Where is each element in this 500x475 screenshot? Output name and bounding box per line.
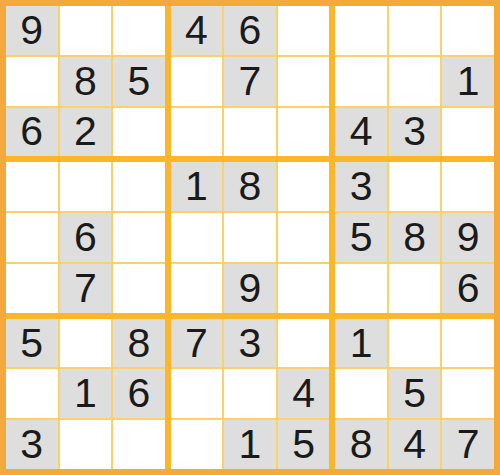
cell-r9c2[interactable] <box>60 420 112 469</box>
cell-r7c6[interactable] <box>278 319 330 368</box>
cell-r3c9[interactable] <box>442 108 494 157</box>
box-9: 15847 <box>335 319 494 469</box>
cell-r8c2[interactable]: 1 <box>60 369 112 418</box>
box-5: 189 <box>171 162 330 312</box>
cell-r7c8[interactable] <box>389 319 441 368</box>
cell-r4c3[interactable] <box>113 162 165 211</box>
sudoku-board: 985624671436718935896581637341515847 <box>0 0 500 475</box>
cell-r6c2[interactable]: 7 <box>60 264 112 313</box>
cell-r4c5[interactable]: 8 <box>224 162 276 211</box>
cell-r7c5[interactable]: 3 <box>224 319 276 368</box>
cell-r2c3[interactable]: 5 <box>113 57 165 106</box>
cell-r9c8[interactable]: 4 <box>389 420 441 469</box>
cell-r9c5[interactable]: 1 <box>224 420 276 469</box>
cell-r4c2[interactable] <box>60 162 112 211</box>
cell-r1c2[interactable] <box>60 6 112 55</box>
cell-r1c9[interactable] <box>442 6 494 55</box>
cell-r4c6[interactable] <box>278 162 330 211</box>
box-6: 35896 <box>335 162 494 312</box>
cell-r6c6[interactable] <box>278 264 330 313</box>
cell-r1c5[interactable]: 6 <box>224 6 276 55</box>
cell-r1c6[interactable] <box>278 6 330 55</box>
cell-r8c4[interactable] <box>171 369 223 418</box>
cell-r8c1[interactable] <box>6 369 58 418</box>
cell-r8c8[interactable]: 5 <box>389 369 441 418</box>
cell-r8c3[interactable]: 6 <box>113 369 165 418</box>
box-8: 73415 <box>171 319 330 469</box>
cell-r2c5[interactable]: 7 <box>224 57 276 106</box>
cell-r3c3[interactable] <box>113 108 165 157</box>
cell-r1c1[interactable]: 9 <box>6 6 58 55</box>
cell-r6c9[interactable]: 6 <box>442 264 494 313</box>
cell-r6c8[interactable] <box>389 264 441 313</box>
cell-r3c5[interactable] <box>224 108 276 157</box>
cell-r8c5[interactable] <box>224 369 276 418</box>
cell-r4c9[interactable] <box>442 162 494 211</box>
cell-r9c3[interactable] <box>113 420 165 469</box>
cell-r3c1[interactable]: 6 <box>6 108 58 157</box>
cell-r7c7[interactable]: 1 <box>335 319 387 368</box>
cell-r2c1[interactable] <box>6 57 58 106</box>
box-1: 98562 <box>6 6 165 156</box>
cell-r5c5[interactable] <box>224 213 276 262</box>
cell-r5c2[interactable]: 6 <box>60 213 112 262</box>
cell-r1c7[interactable] <box>335 6 387 55</box>
cell-r8c7[interactable] <box>335 369 387 418</box>
cell-r5c8[interactable]: 8 <box>389 213 441 262</box>
box-3: 143 <box>335 6 494 156</box>
cell-r9c6[interactable]: 5 <box>278 420 330 469</box>
cell-r8c6[interactable]: 4 <box>278 369 330 418</box>
cell-r6c3[interactable] <box>113 264 165 313</box>
cell-r1c4[interactable]: 4 <box>171 6 223 55</box>
cell-r5c6[interactable] <box>278 213 330 262</box>
cell-r7c3[interactable]: 8 <box>113 319 165 368</box>
cell-r9c1[interactable]: 3 <box>6 420 58 469</box>
cell-r6c7[interactable] <box>335 264 387 313</box>
cell-r6c4[interactable] <box>171 264 223 313</box>
cell-r2c8[interactable] <box>389 57 441 106</box>
cell-r3c7[interactable]: 4 <box>335 108 387 157</box>
cell-r7c2[interactable] <box>60 319 112 368</box>
cell-r9c7[interactable]: 8 <box>335 420 387 469</box>
cell-r3c2[interactable]: 2 <box>60 108 112 157</box>
cell-r2c9[interactable]: 1 <box>442 57 494 106</box>
cell-r9c4[interactable] <box>171 420 223 469</box>
cell-r3c6[interactable] <box>278 108 330 157</box>
cell-r4c1[interactable] <box>6 162 58 211</box>
cell-r2c7[interactable] <box>335 57 387 106</box>
cell-r2c2[interactable]: 8 <box>60 57 112 106</box>
cell-r5c7[interactable]: 5 <box>335 213 387 262</box>
cell-r3c8[interactable]: 3 <box>389 108 441 157</box>
cell-r9c9[interactable]: 7 <box>442 420 494 469</box>
cell-r5c9[interactable]: 9 <box>442 213 494 262</box>
cell-r1c8[interactable] <box>389 6 441 55</box>
cell-r1c3[interactable] <box>113 6 165 55</box>
cell-r4c8[interactable] <box>389 162 441 211</box>
cell-r5c4[interactable] <box>171 213 223 262</box>
cell-r5c3[interactable] <box>113 213 165 262</box>
cell-r6c5[interactable]: 9 <box>224 264 276 313</box>
cell-r3c4[interactable] <box>171 108 223 157</box>
cell-r5c1[interactable] <box>6 213 58 262</box>
cell-r8c9[interactable] <box>442 369 494 418</box>
cell-r4c7[interactable]: 3 <box>335 162 387 211</box>
cell-r6c1[interactable] <box>6 264 58 313</box>
cell-r7c1[interactable]: 5 <box>6 319 58 368</box>
cell-r7c9[interactable] <box>442 319 494 368</box>
box-4: 67 <box>6 162 165 312</box>
box-2: 467 <box>171 6 330 156</box>
cell-r2c6[interactable] <box>278 57 330 106</box>
cell-r4c4[interactable]: 1 <box>171 162 223 211</box>
cell-r7c4[interactable]: 7 <box>171 319 223 368</box>
cell-r2c4[interactable] <box>171 57 223 106</box>
box-7: 58163 <box>6 319 165 469</box>
